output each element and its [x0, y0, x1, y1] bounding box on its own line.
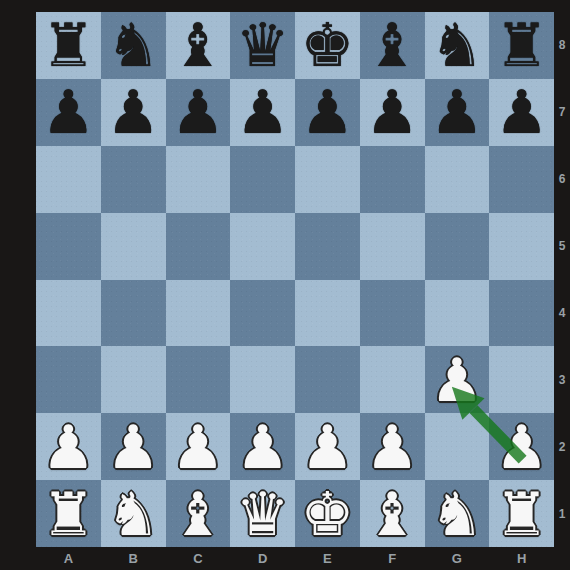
square-e1[interactable]: ♚: [295, 480, 360, 547]
square-f1[interactable]: ♝: [360, 480, 425, 547]
black-rook[interactable]: ♜: [41, 15, 95, 75]
square-d3[interactable]: [230, 346, 295, 413]
rank-coordinates: 87654321: [554, 12, 570, 547]
square-f6[interactable]: [360, 146, 425, 213]
square-e5[interactable]: [295, 213, 360, 280]
black-pawn[interactable]: ♟: [365, 82, 419, 142]
square-f2[interactable]: ♟: [360, 413, 425, 480]
square-h2[interactable]: ♟: [489, 413, 554, 480]
square-a1[interactable]: ♜: [36, 480, 101, 547]
file-label-h: H: [489, 547, 554, 570]
square-e6[interactable]: [295, 146, 360, 213]
white-rook[interactable]: ♜: [495, 484, 549, 544]
square-g2[interactable]: [425, 413, 490, 480]
black-bishop[interactable]: ♝: [365, 15, 419, 75]
square-h8[interactable]: ♜: [489, 12, 554, 79]
black-knight[interactable]: ♞: [106, 15, 160, 75]
square-c3[interactable]: [166, 346, 231, 413]
square-c1[interactable]: ♝: [166, 480, 231, 547]
square-d8[interactable]: ♛: [230, 12, 295, 79]
square-e7[interactable]: ♟: [295, 79, 360, 146]
square-c7[interactable]: ♟: [166, 79, 231, 146]
square-d4[interactable]: [230, 280, 295, 347]
square-f8[interactable]: ♝: [360, 12, 425, 79]
rank-label-2: 2: [554, 413, 570, 480]
rank-label-5: 5: [554, 213, 570, 280]
black-bishop[interactable]: ♝: [171, 15, 225, 75]
square-b3[interactable]: [101, 346, 166, 413]
file-label-d: D: [230, 547, 295, 570]
square-b8[interactable]: ♞: [101, 12, 166, 79]
file-label-e: E: [295, 547, 360, 570]
square-a6[interactable]: [36, 146, 101, 213]
square-e8[interactable]: ♚: [295, 12, 360, 79]
square-c8[interactable]: ♝: [166, 12, 231, 79]
square-b5[interactable]: [101, 213, 166, 280]
white-pawn[interactable]: ♟: [365, 417, 419, 477]
file-label-c: C: [166, 547, 231, 570]
square-e2[interactable]: ♟: [295, 413, 360, 480]
black-pawn[interactable]: ♟: [495, 82, 549, 142]
file-coordinates: ABCDEFGH: [36, 547, 554, 570]
file-label-a: A: [36, 547, 101, 570]
rank-label-3: 3: [554, 346, 570, 413]
square-e3[interactable]: [295, 346, 360, 413]
black-pawn[interactable]: ♟: [171, 82, 225, 142]
white-pawn[interactable]: ♟: [300, 417, 354, 477]
white-rook[interactable]: ♜: [41, 484, 95, 544]
white-king[interactable]: ♚: [300, 484, 354, 544]
square-g8[interactable]: ♞: [425, 12, 490, 79]
white-bishop[interactable]: ♝: [365, 484, 419, 544]
file-label-g: G: [425, 547, 490, 570]
square-b7[interactable]: ♟: [101, 79, 166, 146]
black-pawn[interactable]: ♟: [300, 82, 354, 142]
square-a7[interactable]: ♟: [36, 79, 101, 146]
square-h1[interactable]: ♜: [489, 480, 554, 547]
board-frame: ♜♞♝♛♚♝♞♜♟♟♟♟♟♟♟♟♟♟♟♟♟♟♟♟♜♞♝♛♚♝♞♜ ABCDEFG…: [0, 0, 570, 570]
white-bishop[interactable]: ♝: [171, 484, 225, 544]
square-d5[interactable]: [230, 213, 295, 280]
square-f5[interactable]: [360, 213, 425, 280]
square-f3[interactable]: [360, 346, 425, 413]
square-c6[interactable]: [166, 146, 231, 213]
square-h7[interactable]: ♟: [489, 79, 554, 146]
square-b6[interactable]: [101, 146, 166, 213]
black-pawn[interactable]: ♟: [106, 82, 160, 142]
square-c4[interactable]: [166, 280, 231, 347]
square-g5[interactable]: [425, 213, 490, 280]
square-h3[interactable]: [489, 346, 554, 413]
white-pawn[interactable]: ♟: [171, 417, 225, 477]
white-pawn[interactable]: ♟: [41, 417, 95, 477]
white-pawn[interactable]: ♟: [495, 417, 549, 477]
white-pawn[interactable]: ♟: [430, 350, 484, 410]
black-pawn[interactable]: ♟: [236, 82, 290, 142]
white-queen[interactable]: ♛: [236, 484, 290, 544]
square-f7[interactable]: ♟: [360, 79, 425, 146]
rank-label-7: 7: [554, 79, 570, 146]
file-label-f: F: [360, 547, 425, 570]
square-a3[interactable]: [36, 346, 101, 413]
chess-board: ♜♞♝♛♚♝♞♜♟♟♟♟♟♟♟♟♟♟♟♟♟♟♟♟♜♞♝♛♚♝♞♜: [36, 12, 554, 547]
square-a5[interactable]: [36, 213, 101, 280]
black-pawn[interactable]: ♟: [430, 82, 484, 142]
square-g1[interactable]: ♞: [425, 480, 490, 547]
square-h4[interactable]: [489, 280, 554, 347]
square-b1[interactable]: ♞: [101, 480, 166, 547]
square-c2[interactable]: ♟: [166, 413, 231, 480]
square-a8[interactable]: ♜: [36, 12, 101, 79]
square-d7[interactable]: ♟: [230, 79, 295, 146]
rank-label-6: 6: [554, 146, 570, 213]
rank-label-4: 4: [554, 280, 570, 347]
black-king[interactable]: ♚: [300, 15, 354, 75]
square-g7[interactable]: ♟: [425, 79, 490, 146]
black-rook[interactable]: ♜: [495, 15, 549, 75]
square-h5[interactable]: [489, 213, 554, 280]
square-g4[interactable]: [425, 280, 490, 347]
square-b2[interactable]: ♟: [101, 413, 166, 480]
white-knight[interactable]: ♞: [106, 484, 160, 544]
square-e4[interactable]: [295, 280, 360, 347]
square-g6[interactable]: [425, 146, 490, 213]
white-knight[interactable]: ♞: [430, 484, 484, 544]
black-pawn[interactable]: ♟: [41, 82, 95, 142]
file-label-b: B: [101, 547, 166, 570]
square-d1[interactable]: ♛: [230, 480, 295, 547]
square-f4[interactable]: [360, 280, 425, 347]
square-a4[interactable]: [36, 280, 101, 347]
white-pawn[interactable]: ♟: [106, 417, 160, 477]
square-b4[interactable]: [101, 280, 166, 347]
rank-label-1: 1: [554, 480, 570, 547]
square-g3[interactable]: ♟: [425, 346, 490, 413]
square-d2[interactable]: ♟: [230, 413, 295, 480]
rank-label-8: 8: [554, 12, 570, 79]
white-pawn[interactable]: ♟: [236, 417, 290, 477]
square-a2[interactable]: ♟: [36, 413, 101, 480]
square-h6[interactable]: [489, 146, 554, 213]
square-c5[interactable]: [166, 213, 231, 280]
black-knight[interactable]: ♞: [430, 15, 484, 75]
black-queen[interactable]: ♛: [236, 15, 290, 75]
square-d6[interactable]: [230, 146, 295, 213]
